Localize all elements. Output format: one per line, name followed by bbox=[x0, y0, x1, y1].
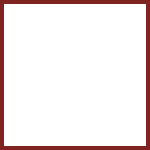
chess-diagram bbox=[0, 0, 150, 150]
chess-board[interactable] bbox=[4, 4, 146, 146]
board-border bbox=[0, 0, 150, 150]
